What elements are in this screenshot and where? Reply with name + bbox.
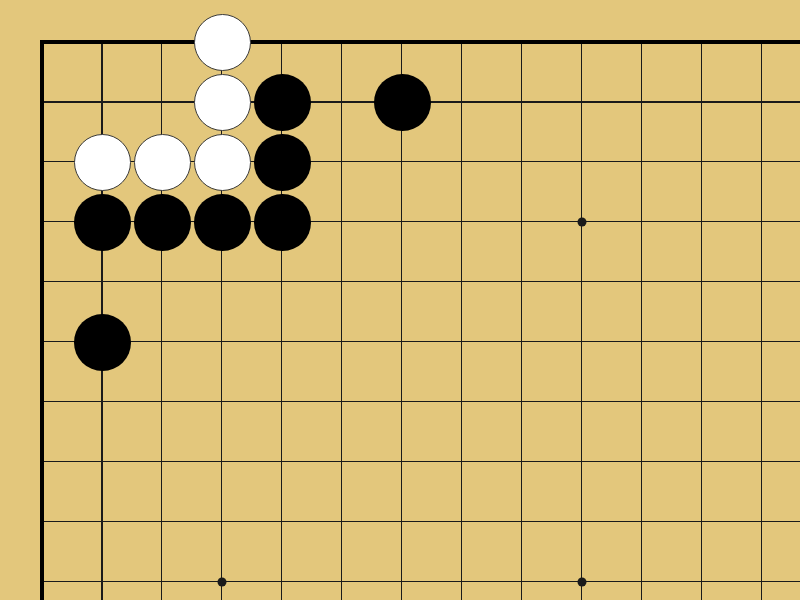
- white-stone: [194, 14, 251, 71]
- board-intersection[interactable]: [552, 72, 612, 132]
- black-stone: [374, 74, 431, 131]
- board-intersection[interactable]: [132, 12, 192, 72]
- board-intersection[interactable]: [672, 492, 732, 552]
- board-intersection[interactable]: [372, 492, 432, 552]
- board-intersection[interactable]: [192, 132, 252, 192]
- board-intersection[interactable]: [552, 312, 612, 372]
- board-intersection[interactable]: [192, 312, 252, 372]
- board-intersection[interactable]: [372, 552, 432, 600]
- board-intersection[interactable]: [132, 72, 192, 132]
- board-intersection[interactable]: [732, 252, 792, 312]
- board-intersection[interactable]: [672, 132, 732, 192]
- board-intersection[interactable]: [312, 432, 372, 492]
- board-intersection[interactable]: [432, 72, 492, 132]
- board-intersection[interactable]: [132, 132, 192, 192]
- board-intersection[interactable]: [192, 372, 252, 432]
- board-intersection[interactable]: [72, 432, 132, 492]
- white-stone: [134, 134, 191, 191]
- board-intersection[interactable]: [72, 132, 132, 192]
- board-intersection[interactable]: [72, 312, 132, 372]
- board-intersection[interactable]: [492, 552, 552, 600]
- board-intersection[interactable]: [372, 132, 432, 192]
- board-intersection[interactable]: [492, 72, 552, 132]
- board-intersection[interactable]: [252, 312, 312, 372]
- board-intersection[interactable]: [432, 132, 492, 192]
- board-intersection[interactable]: [12, 432, 72, 492]
- board-intersection[interactable]: [132, 552, 192, 600]
- board-intersection[interactable]: [312, 252, 372, 312]
- board-intersection[interactable]: [252, 552, 312, 600]
- board-intersection[interactable]: [12, 552, 72, 600]
- board-intersection[interactable]: [732, 12, 792, 72]
- go-board-diagram: [0, 0, 800, 600]
- board-intersection[interactable]: [492, 492, 552, 552]
- board-intersection[interactable]: [312, 12, 372, 72]
- board-intersection[interactable]: [672, 372, 732, 432]
- board-intersection[interactable]: [192, 72, 252, 132]
- board-intersection[interactable]: [312, 312, 372, 372]
- board-intersection[interactable]: [132, 492, 192, 552]
- board-intersection[interactable]: [492, 132, 552, 192]
- board-intersection[interactable]: [252, 492, 312, 552]
- board-intersection[interactable]: [432, 492, 492, 552]
- board-intersection[interactable]: [552, 192, 612, 252]
- board-intersection[interactable]: [312, 552, 372, 600]
- board-intersection[interactable]: [672, 192, 732, 252]
- board-intersection[interactable]: [492, 252, 552, 312]
- board-intersection[interactable]: [552, 132, 612, 192]
- board-intersection[interactable]: [12, 72, 72, 132]
- black-stone: [74, 194, 131, 251]
- board-intersection[interactable]: [492, 432, 552, 492]
- board-intersection[interactable]: [252, 12, 312, 72]
- board-intersections: [12, 12, 792, 600]
- board-intersection[interactable]: [432, 12, 492, 72]
- board-intersection[interactable]: [552, 252, 612, 312]
- board-intersection[interactable]: [612, 252, 672, 312]
- board-intersection[interactable]: [192, 552, 252, 600]
- black-stone: [74, 314, 131, 371]
- board-intersection[interactable]: [672, 12, 732, 72]
- board-intersection[interactable]: [192, 192, 252, 252]
- board-intersection[interactable]: [12, 372, 72, 432]
- board-intersection[interactable]: [252, 372, 312, 432]
- board-intersection[interactable]: [492, 372, 552, 432]
- white-stone: [194, 74, 251, 131]
- board-intersection[interactable]: [492, 12, 552, 72]
- board-intersection[interactable]: [312, 192, 372, 252]
- board-intersection[interactable]: [732, 492, 792, 552]
- board-intersection[interactable]: [672, 552, 732, 600]
- board-intersection[interactable]: [492, 312, 552, 372]
- board-intersection[interactable]: [732, 432, 792, 492]
- board-intersection[interactable]: [12, 492, 72, 552]
- board-intersection[interactable]: [132, 432, 192, 492]
- board-intersection[interactable]: [552, 552, 612, 600]
- board-intersection[interactable]: [552, 12, 612, 72]
- black-stone: [254, 134, 311, 191]
- board-intersection[interactable]: [372, 372, 432, 432]
- board-intersection[interactable]: [192, 252, 252, 312]
- board-intersection[interactable]: [72, 72, 132, 132]
- board-intersection[interactable]: [432, 252, 492, 312]
- board-intersection[interactable]: [612, 192, 672, 252]
- board-intersection[interactable]: [312, 372, 372, 432]
- board-intersection[interactable]: [132, 252, 192, 312]
- board-intersection[interactable]: [672, 252, 732, 312]
- black-stone: [194, 194, 251, 251]
- board-intersection[interactable]: [372, 72, 432, 132]
- board-intersection[interactable]: [252, 252, 312, 312]
- black-stone: [254, 194, 311, 251]
- black-stone: [134, 194, 191, 251]
- board-intersection[interactable]: [72, 552, 132, 600]
- board-intersection[interactable]: [12, 252, 72, 312]
- board-intersection[interactable]: [72, 252, 132, 312]
- board-intersection[interactable]: [312, 132, 372, 192]
- white-stone: [194, 134, 251, 191]
- board-intersection[interactable]: [372, 312, 432, 372]
- board-intersection[interactable]: [312, 492, 372, 552]
- board-intersection[interactable]: [12, 192, 72, 252]
- board-intersection[interactable]: [432, 312, 492, 372]
- board-intersection[interactable]: [372, 252, 432, 312]
- board-intersection[interactable]: [672, 72, 732, 132]
- board-intersection[interactable]: [612, 132, 672, 192]
- board-intersection[interactable]: [192, 432, 252, 492]
- board-intersection[interactable]: [12, 132, 72, 192]
- board-intersection[interactable]: [432, 372, 492, 432]
- board-intersection[interactable]: [372, 432, 432, 492]
- black-stone: [254, 74, 311, 131]
- board-intersection[interactable]: [672, 432, 732, 492]
- board-intersection[interactable]: [732, 372, 792, 432]
- board-intersection[interactable]: [372, 12, 432, 72]
- board-intersection[interactable]: [732, 132, 792, 192]
- board-intersection[interactable]: [612, 372, 672, 432]
- board-intersection[interactable]: [732, 312, 792, 372]
- board-intersection[interactable]: [192, 12, 252, 72]
- board-intersection[interactable]: [12, 12, 72, 72]
- board-intersection[interactable]: [132, 372, 192, 432]
- board-intersection[interactable]: [252, 72, 312, 132]
- board-intersection[interactable]: [72, 372, 132, 432]
- white-stone: [74, 134, 131, 191]
- board-intersection[interactable]: [612, 432, 672, 492]
- board-intersection[interactable]: [132, 192, 192, 252]
- board-intersection[interactable]: [552, 372, 612, 432]
- board-intersection[interactable]: [72, 492, 132, 552]
- board-intersection[interactable]: [432, 192, 492, 252]
- board-intersection[interactable]: [612, 312, 672, 372]
- board-intersection[interactable]: [12, 312, 72, 372]
- board-intersection[interactable]: [492, 192, 552, 252]
- board-intersection[interactable]: [192, 492, 252, 552]
- board-intersection[interactable]: [432, 552, 492, 600]
- board-intersection[interactable]: [732, 72, 792, 132]
- board-intersection[interactable]: [672, 312, 732, 372]
- board-intersection[interactable]: [372, 192, 432, 252]
- board-intersection[interactable]: [552, 432, 612, 492]
- board-intersection[interactable]: [72, 192, 132, 252]
- board-intersection[interactable]: [732, 192, 792, 252]
- board-intersection[interactable]: [72, 12, 132, 72]
- board-intersection[interactable]: [312, 72, 372, 132]
- board-intersection[interactable]: [612, 12, 672, 72]
- board-intersection[interactable]: [252, 432, 312, 492]
- board-intersection[interactable]: [252, 192, 312, 252]
- board-intersection[interactable]: [432, 432, 492, 492]
- board-intersection[interactable]: [132, 312, 192, 372]
- board-intersection[interactable]: [252, 132, 312, 192]
- board-intersection[interactable]: [612, 492, 672, 552]
- board-intersection[interactable]: [612, 72, 672, 132]
- board-intersection[interactable]: [552, 492, 612, 552]
- board-intersection[interactable]: [732, 552, 792, 600]
- board-intersection[interactable]: [612, 552, 672, 600]
